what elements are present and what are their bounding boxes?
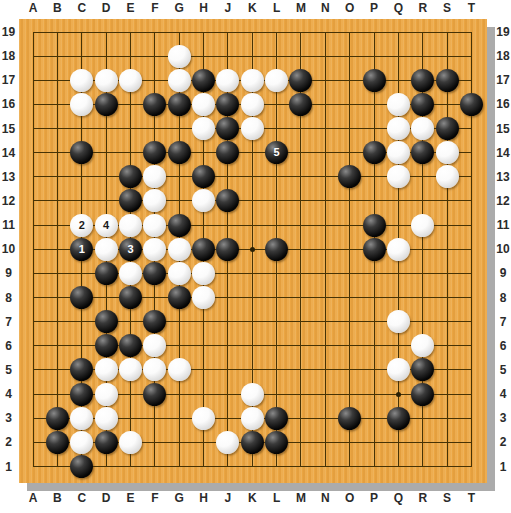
black-stone (70, 383, 93, 406)
black-stone (265, 407, 288, 430)
coordinate-label: 6 (0, 338, 17, 354)
black-stone (363, 238, 386, 261)
coordinate-label: 16 (0, 96, 17, 112)
coordinate-label: F (146, 490, 164, 506)
coordinate-label: R (414, 0, 432, 16)
coordinate-label: A (24, 490, 42, 506)
white-stone (192, 286, 215, 309)
coordinate-label: F (146, 0, 164, 16)
black-stone (168, 93, 191, 116)
coordinate-label: 12 (0, 193, 17, 209)
coordinate-label: S (438, 0, 456, 16)
white-stone (387, 238, 410, 261)
white-stone (192, 407, 215, 430)
coordinate-label: 12 (495, 193, 511, 209)
white-stone (241, 69, 264, 92)
go-board[interactable]: 52413 (19, 19, 487, 483)
coordinate-label: 18 (495, 48, 511, 64)
coordinate-label: H (195, 490, 213, 506)
coordinate-label: 18 (0, 48, 17, 64)
white-stone (168, 238, 191, 261)
coordinate-label: P (365, 490, 383, 506)
coordinate-label: T (462, 0, 480, 16)
black-stone: 5 (265, 141, 288, 164)
black-stone (143, 310, 166, 333)
white-stone (192, 262, 215, 285)
coordinate-label: E (121, 490, 139, 506)
white-stone (95, 69, 118, 92)
black-stone (216, 238, 239, 261)
white-stone (95, 383, 118, 406)
white-stone (143, 189, 166, 212)
white-stone (436, 165, 459, 188)
coordinate-label: 16 (495, 96, 511, 112)
black-stone (192, 238, 215, 261)
black-stone (436, 117, 459, 140)
black-stone (70, 455, 93, 478)
white-stone (241, 383, 264, 406)
coordinate-label: 9 (495, 265, 511, 281)
black-stone (143, 262, 166, 285)
coordinate-label: H (195, 0, 213, 16)
black-stone (338, 165, 361, 188)
coordinate-label: Q (389, 0, 407, 16)
black-stone (411, 93, 434, 116)
move-number-label: 5 (274, 147, 280, 158)
black-stone (70, 286, 93, 309)
coordinate-label: N (316, 490, 334, 506)
white-stone: 4 (95, 214, 118, 237)
coordinate-label: 19 (0, 24, 17, 40)
white-stone (168, 262, 191, 285)
black-stone (168, 214, 191, 237)
black-stone (387, 407, 410, 430)
black-stone: 1 (70, 238, 93, 261)
black-stone (70, 358, 93, 381)
white-stone (119, 214, 142, 237)
coordinate-label: 17 (495, 72, 511, 88)
white-stone (241, 93, 264, 116)
coordinate-label: B (48, 490, 66, 506)
black-stone (338, 407, 361, 430)
coordinate-label: 10 (0, 241, 17, 257)
coordinate-label: 4 (495, 386, 511, 402)
black-stone (143, 383, 166, 406)
move-number-label: 4 (103, 220, 109, 231)
black-stone (192, 165, 215, 188)
grid-line (33, 466, 471, 467)
grid-line (33, 32, 471, 33)
coordinate-label: G (170, 0, 188, 16)
black-stone (216, 141, 239, 164)
coordinate-label: 6 (495, 338, 511, 354)
coordinate-label: 14 (0, 145, 17, 161)
move-number-label: 1 (79, 244, 85, 255)
black-stone (265, 238, 288, 261)
white-stone (168, 45, 191, 68)
white-stone (411, 117, 434, 140)
coordinate-label: 7 (495, 314, 511, 330)
black-stone (119, 189, 142, 212)
move-number-label: 3 (127, 244, 133, 255)
black-stone (143, 93, 166, 116)
coordinate-label: B (48, 0, 66, 16)
white-stone (70, 431, 93, 454)
coordinate-label: 3 (495, 410, 511, 426)
black-stone (411, 69, 434, 92)
grid-line (33, 297, 471, 298)
white-stone (143, 358, 166, 381)
coordinate-label: 1 (495, 459, 511, 475)
white-stone (387, 358, 410, 381)
white-stone (70, 93, 93, 116)
black-stone (95, 310, 118, 333)
black-stone (289, 93, 312, 116)
coordinate-label: M (292, 0, 310, 16)
go-board-page: ABCDEFGHJKLMNOPQRST ABCDEFGHJKLMNOPQRST … (0, 0, 511, 513)
black-stone (119, 165, 142, 188)
white-stone (216, 431, 239, 454)
coordinate-label: O (341, 490, 359, 506)
white-stone (119, 262, 142, 285)
white-stone (143, 214, 166, 237)
black-stone (95, 334, 118, 357)
coordinate-label: 8 (495, 290, 511, 306)
white-stone (241, 407, 264, 430)
white-stone (192, 189, 215, 212)
coordinate-label: 8 (0, 290, 17, 306)
coordinate-label: P (365, 0, 383, 16)
coordinate-label: 11 (495, 217, 511, 233)
black-stone (119, 286, 142, 309)
coordinate-label: C (73, 490, 91, 506)
white-stone (119, 69, 142, 92)
coordinate-label: A (24, 0, 42, 16)
coordinate-label: 10 (495, 241, 511, 257)
white-stone (387, 141, 410, 164)
white-stone (192, 93, 215, 116)
coordinate-label: G (170, 490, 188, 506)
black-stone (192, 69, 215, 92)
white-stone (436, 141, 459, 164)
white-stone (95, 358, 118, 381)
black-stone (95, 93, 118, 116)
coordinate-label: 1 (0, 459, 17, 475)
coordinate-label: 19 (495, 24, 511, 40)
white-stone (192, 117, 215, 140)
coordinate-label: L (268, 0, 286, 16)
white-stone (168, 358, 191, 381)
coordinate-label: S (438, 490, 456, 506)
coordinate-label: 13 (0, 169, 17, 185)
coordinate-label: 5 (495, 362, 511, 378)
black-stone (411, 383, 434, 406)
black-stone (460, 93, 483, 116)
white-stone (387, 310, 410, 333)
coordinate-label: 15 (0, 121, 17, 137)
coordinate-label: T (462, 490, 480, 506)
black-stone (363, 214, 386, 237)
coordinate-label: L (268, 490, 286, 506)
white-stone (119, 431, 142, 454)
black-stone (168, 141, 191, 164)
white-stone (95, 407, 118, 430)
black-stone (119, 334, 142, 357)
coordinate-label: 3 (0, 410, 17, 426)
white-stone (241, 117, 264, 140)
coordinate-label: 2 (0, 434, 17, 450)
coordinate-label: J (219, 0, 237, 16)
coordinate-label: N (316, 0, 334, 16)
black-stone (70, 141, 93, 164)
white-stone (143, 334, 166, 357)
coordinate-label: 11 (0, 217, 17, 233)
white-stone (70, 69, 93, 92)
coordinate-label: K (243, 490, 261, 506)
coordinate-label: 17 (0, 72, 17, 88)
black-stone (265, 431, 288, 454)
black-stone (289, 69, 312, 92)
black-stone (216, 189, 239, 212)
grid-line (33, 56, 471, 57)
move-number-label: 2 (79, 220, 85, 231)
white-stone (143, 238, 166, 261)
grid-line (33, 200, 471, 201)
coordinate-label: Q (389, 490, 407, 506)
coordinate-label: 13 (495, 169, 511, 185)
black-stone (363, 69, 386, 92)
coordinate-label: 7 (0, 314, 17, 330)
coordinate-label: 15 (495, 121, 511, 137)
coordinate-label: M (292, 490, 310, 506)
white-stone: 2 (70, 214, 93, 237)
white-stone (387, 165, 410, 188)
black-stone (411, 358, 434, 381)
white-stone (143, 165, 166, 188)
white-stone (387, 117, 410, 140)
white-stone (411, 214, 434, 237)
black-stone (168, 286, 191, 309)
black-stone (436, 69, 459, 92)
coordinate-label: E (121, 0, 139, 16)
black-stone (411, 141, 434, 164)
star-point (250, 247, 255, 252)
black-stone (46, 431, 69, 454)
coordinate-label: 2 (495, 434, 511, 450)
white-stone (95, 238, 118, 261)
black-stone (95, 431, 118, 454)
coordinate-label: 4 (0, 386, 17, 402)
white-stone (265, 69, 288, 92)
coordinate-label: D (97, 0, 115, 16)
star-point (396, 392, 401, 397)
white-stone (70, 407, 93, 430)
black-stone (143, 141, 166, 164)
black-stone (216, 93, 239, 116)
white-stone (411, 334, 434, 357)
white-stone (387, 93, 410, 116)
coordinate-label: O (341, 0, 359, 16)
coordinate-label: R (414, 490, 432, 506)
black-stone (216, 117, 239, 140)
black-stone: 3 (119, 238, 142, 261)
black-stone (46, 407, 69, 430)
coordinate-label: 14 (495, 145, 511, 161)
coordinate-label: 5 (0, 362, 17, 378)
coordinate-label: D (97, 490, 115, 506)
black-stone (363, 141, 386, 164)
coordinate-label: K (243, 0, 261, 16)
black-stone (241, 431, 264, 454)
coordinate-label: 9 (0, 265, 17, 281)
white-stone (216, 69, 239, 92)
white-stone (168, 69, 191, 92)
white-stone (119, 358, 142, 381)
black-stone (95, 262, 118, 285)
coordinate-label: C (73, 0, 91, 16)
coordinate-label: J (219, 490, 237, 506)
